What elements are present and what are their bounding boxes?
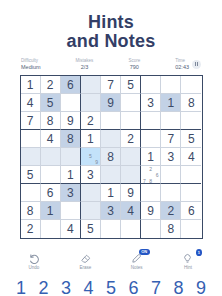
numpad-9[interactable]: 9 bbox=[192, 278, 210, 296]
mistakes-stat: Mistakes 2/3 bbox=[76, 58, 94, 70]
cell-digit: 1 bbox=[27, 78, 34, 92]
board-cell-r2c9[interactable]: 8 bbox=[181, 94, 201, 112]
board-cell-r8c4[interactable] bbox=[81, 202, 101, 220]
pause-button[interactable] bbox=[192, 60, 201, 69]
mistakes-label: Mistakes bbox=[76, 58, 94, 63]
board-cell-r4c8[interactable]: 7 bbox=[161, 130, 181, 148]
board-cell-r1c7[interactable] bbox=[141, 76, 161, 94]
board-cell-r7c8[interactable] bbox=[161, 184, 181, 202]
score-label: Score bbox=[128, 58, 140, 63]
cell-digit: 2 bbox=[127, 132, 134, 146]
hint-count-badge: 1 bbox=[196, 249, 202, 256]
hint-label: Hint bbox=[184, 265, 192, 270]
undo-button[interactable]: Undo bbox=[14, 252, 54, 270]
cell-digit: 8 bbox=[27, 204, 34, 218]
time-group: Time 02:43 bbox=[175, 58, 201, 70]
cell-digit: 8 bbox=[47, 114, 54, 128]
number-pad: 1 2 3 4 5 6 7 8 9 bbox=[12, 278, 210, 296]
cell-digit: 5 bbox=[188, 132, 195, 146]
board-cell-r7c6[interactable]: 9 bbox=[121, 184, 141, 202]
board-cell-r9c3[interactable]: 4 bbox=[61, 220, 81, 238]
board-cell-r7c7[interactable] bbox=[141, 184, 161, 202]
board-cell-r4c3[interactable]: 8 bbox=[61, 130, 81, 148]
lightbulb-icon bbox=[182, 252, 193, 264]
cell-digit: 4 bbox=[47, 132, 54, 146]
numpad-5[interactable]: 5 bbox=[102, 278, 120, 296]
cell-digit: 6 bbox=[47, 186, 54, 200]
board-cell-r1c8[interactable] bbox=[161, 76, 181, 94]
cell-digit: 4 bbox=[127, 204, 134, 218]
board-cell-r2c5[interactable]: 9 bbox=[101, 94, 121, 112]
cell-digit: 2 bbox=[167, 204, 174, 218]
board-cell-r9c1[interactable]: 2 bbox=[21, 220, 41, 238]
board-cell-r4c9[interactable]: 5 bbox=[181, 130, 201, 148]
board-cell-r6c5[interactable] bbox=[101, 166, 121, 184]
board-cell-r8c9[interactable]: 6 bbox=[181, 202, 201, 220]
difficulty-value[interactable]: Medium bbox=[21, 64, 41, 70]
board-cell-r8c8[interactable]: 2 bbox=[161, 202, 181, 220]
board-cell-r7c1[interactable] bbox=[21, 184, 41, 202]
numpad-2[interactable]: 2 bbox=[35, 278, 53, 296]
board-cell-r5c6[interactable] bbox=[121, 148, 141, 166]
board-cell-r6c8[interactable] bbox=[161, 166, 181, 184]
board-cell-r8c2[interactable]: 1 bbox=[41, 202, 61, 220]
cell-digit: 4 bbox=[67, 222, 74, 236]
sudoku-board: 1267545931878924812755981345132678631981… bbox=[20, 75, 203, 239]
board-cell-r4c2[interactable]: 4 bbox=[41, 130, 61, 148]
notes-button[interactable]: ON Notes bbox=[117, 252, 157, 270]
cell-digit: 9 bbox=[147, 204, 154, 218]
board-cell-r4c4[interactable]: 1 bbox=[81, 130, 101, 148]
cell-digit: 8 bbox=[167, 222, 174, 236]
board-cell-r2c8[interactable]: 1 bbox=[161, 94, 181, 112]
board-cell-r6c3[interactable]: 1 bbox=[61, 166, 81, 184]
mistakes-value: 2/3 bbox=[81, 64, 89, 70]
board-cell-r9c6[interactable] bbox=[121, 220, 141, 238]
board-cell-r3c4[interactable]: 2 bbox=[81, 112, 101, 130]
undo-icon bbox=[29, 252, 40, 264]
board-cell-r3c3[interactable]: 9 bbox=[61, 112, 81, 130]
cell-digit: 4 bbox=[27, 96, 34, 110]
page-title: Hints and Notes bbox=[0, 13, 222, 51]
cell-digit: 3 bbox=[87, 168, 94, 182]
cell-digit: 6 bbox=[67, 78, 74, 92]
numpad-6[interactable]: 6 bbox=[125, 278, 143, 296]
cell-digit: 9 bbox=[107, 96, 114, 110]
erase-button[interactable]: Erase bbox=[65, 252, 105, 270]
cell-digit: 6 bbox=[188, 204, 195, 218]
cell-digit: 5 bbox=[27, 168, 34, 182]
board-cell-r2c7[interactable]: 3 bbox=[141, 94, 161, 112]
cell-digit: 3 bbox=[167, 150, 174, 164]
board-cell-r9c5[interactable] bbox=[101, 220, 121, 238]
cell-digit: 5 bbox=[47, 96, 54, 110]
board-cell-r9c7[interactable] bbox=[141, 220, 161, 238]
board-cell-r2c4[interactable] bbox=[81, 94, 101, 112]
board-cell-r5c4[interactable]: 59 bbox=[81, 148, 101, 166]
cell-digit: 7 bbox=[167, 132, 174, 146]
cell-digit: 2 bbox=[27, 222, 34, 236]
cell-digit: 8 bbox=[188, 96, 195, 110]
board-cell-r4c7[interactable] bbox=[141, 130, 161, 148]
pause-icon bbox=[195, 62, 196, 66]
board-cell-r5c1[interactable] bbox=[21, 148, 41, 166]
cell-digit: 1 bbox=[167, 96, 174, 110]
cell-digit: 8 bbox=[67, 132, 74, 146]
board-cell-r6c7[interactable]: 2678 bbox=[141, 166, 161, 184]
board-cell-r1c4[interactable] bbox=[81, 76, 101, 94]
cell-digit: 3 bbox=[147, 96, 154, 110]
board-cell-r7c3[interactable]: 3 bbox=[61, 184, 81, 202]
cell-notes: 2678 bbox=[141, 166, 160, 183]
numpad-1[interactable]: 1 bbox=[12, 278, 30, 296]
board-cell-r6c1[interactable]: 5 bbox=[21, 166, 41, 184]
board-cell-r6c4[interactable]: 3 bbox=[81, 166, 101, 184]
hint-button[interactable]: 1 Hint bbox=[168, 252, 208, 270]
cell-digit: 7 bbox=[27, 114, 34, 128]
note-digit: 9 bbox=[94, 159, 100, 165]
cell-digit: 9 bbox=[127, 186, 134, 200]
board-cell-r8c5[interactable]: 3 bbox=[101, 202, 121, 220]
board-cell-r9c2[interactable] bbox=[41, 220, 61, 238]
board-cell-r4c6[interactable]: 2 bbox=[121, 130, 141, 148]
cell-digit: 5 bbox=[127, 78, 134, 92]
board-cell-r1c1[interactable]: 1 bbox=[21, 76, 41, 94]
board-cell-r3c7[interactable] bbox=[141, 112, 161, 130]
cell-digit: 2 bbox=[87, 114, 94, 128]
numpad-3[interactable]: 3 bbox=[57, 278, 75, 296]
time-label: Time bbox=[175, 58, 185, 63]
cell-digit: 1 bbox=[47, 204, 54, 218]
board-cell-r7c4[interactable] bbox=[81, 184, 101, 202]
board-cell-r9c9[interactable] bbox=[181, 220, 201, 238]
cell-digit: 5 bbox=[87, 222, 94, 236]
board-cell-r5c9[interactable]: 4 bbox=[181, 148, 201, 166]
cell-digit: 8 bbox=[107, 150, 114, 164]
board-cell-r1c3[interactable]: 6 bbox=[61, 76, 81, 94]
cell-digit: 4 bbox=[188, 150, 195, 164]
board-cell-r1c9[interactable] bbox=[181, 76, 201, 94]
board-cell-r6c6[interactable] bbox=[121, 166, 141, 184]
board-cell-r1c6[interactable]: 5 bbox=[121, 76, 141, 94]
board-cell-r3c5[interactable] bbox=[101, 112, 121, 130]
board-cell-r8c6[interactable]: 4 bbox=[121, 202, 141, 220]
board-cell-r1c5[interactable]: 7 bbox=[101, 76, 121, 94]
title-line-2: and Notes bbox=[0, 32, 222, 51]
board-cell-r2c3[interactable] bbox=[61, 94, 81, 112]
board-cell-r5c7[interactable]: 1 bbox=[141, 148, 161, 166]
board-cell-r7c5[interactable]: 1 bbox=[101, 184, 121, 202]
status-bar: Difficulty Medium Mistakes 2/3 Score 790… bbox=[21, 58, 201, 70]
cell-digit: 1 bbox=[67, 168, 74, 182]
board-cell-r7c9[interactable] bbox=[181, 184, 201, 202]
board-cell-r6c9[interactable] bbox=[181, 166, 201, 184]
board-cell-r3c2[interactable]: 8 bbox=[41, 112, 61, 130]
numpad-4[interactable]: 4 bbox=[80, 278, 98, 296]
toolbar: Undo Erase ON Notes 1 Hint bbox=[14, 252, 208, 270]
board-cell-r5c5[interactable]: 8 bbox=[101, 148, 121, 166]
cell-digit: 9 bbox=[67, 114, 74, 128]
board-cell-r9c8[interactable]: 8 bbox=[161, 220, 181, 238]
board-cell-r3c1[interactable]: 7 bbox=[21, 112, 41, 130]
erase-label: Erase bbox=[79, 265, 91, 270]
numpad-7[interactable]: 7 bbox=[147, 278, 165, 296]
board-cell-r8c7[interactable]: 9 bbox=[141, 202, 161, 220]
time-stat: Time 02:43 bbox=[175, 58, 189, 70]
title-line-1: Hints bbox=[0, 13, 222, 32]
board-cell-r5c2[interactable] bbox=[41, 148, 61, 166]
board-cell-r6c2[interactable] bbox=[41, 166, 61, 184]
time-value: 02:43 bbox=[175, 64, 189, 70]
cell-notes: 59 bbox=[81, 148, 100, 165]
cell-digit: 2 bbox=[47, 78, 54, 92]
difficulty-label: Difficulty bbox=[21, 58, 38, 63]
notes-label: Notes bbox=[131, 265, 143, 270]
board-cell-r4c5[interactable] bbox=[101, 130, 121, 148]
board-cell-r4c1[interactable] bbox=[21, 130, 41, 148]
board-cell-r2c6[interactable] bbox=[121, 94, 141, 112]
board-cell-r3c6[interactable] bbox=[121, 112, 141, 130]
score-value: 790 bbox=[130, 64, 139, 70]
notes-on-badge: ON bbox=[139, 249, 150, 255]
undo-label: Undo bbox=[29, 265, 40, 270]
cell-digit: 3 bbox=[107, 204, 114, 218]
board-cell-r2c1[interactable]: 4 bbox=[21, 94, 41, 112]
board-cell-r8c1[interactable]: 8 bbox=[21, 202, 41, 220]
numpad-8[interactable]: 8 bbox=[170, 278, 188, 296]
cell-digit: 1 bbox=[107, 186, 114, 200]
cell-digit: 1 bbox=[147, 150, 154, 164]
cell-digit: 3 bbox=[67, 186, 74, 200]
cell-digit: 7 bbox=[107, 78, 114, 92]
score-stat: Score 790 bbox=[128, 58, 140, 70]
difficulty-stat: Difficulty Medium bbox=[21, 58, 41, 70]
board-cell-r1c2[interactable]: 2 bbox=[41, 76, 61, 94]
board-cell-r5c3[interactable] bbox=[61, 148, 81, 166]
board-cell-r8c3[interactable] bbox=[61, 202, 81, 220]
board-cell-r5c8[interactable]: 3 bbox=[161, 148, 181, 166]
cell-digit: 1 bbox=[87, 132, 94, 146]
board-cell-r3c8[interactable] bbox=[161, 112, 181, 130]
board-cell-r9c4[interactable]: 5 bbox=[81, 220, 101, 238]
board-cell-r3c9[interactable] bbox=[181, 112, 201, 130]
eraser-icon bbox=[80, 252, 91, 264]
board-cell-r7c2[interactable]: 6 bbox=[41, 184, 61, 202]
board-cell-r2c2[interactable]: 5 bbox=[41, 94, 61, 112]
